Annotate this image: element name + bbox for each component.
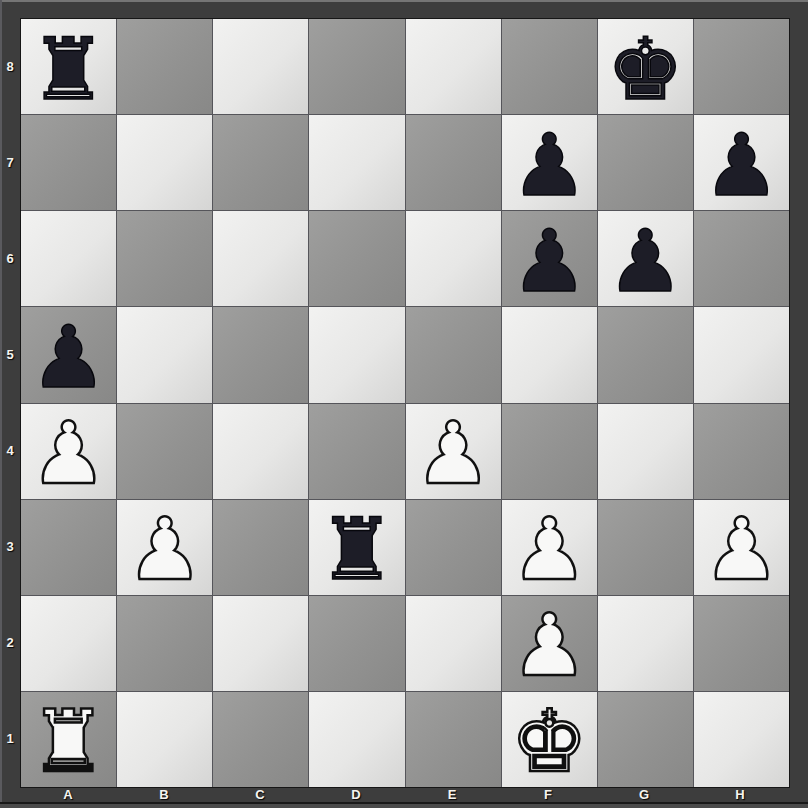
white-pawn[interactable]: ♟ (30, 405, 107, 499)
black-pawn[interactable]: ♟ (703, 117, 780, 211)
square-f6[interactable]: ♟ (502, 211, 597, 306)
square-f1[interactable]: ♚ (502, 692, 597, 787)
square-h5[interactable] (694, 307, 789, 402)
square-g2[interactable] (598, 596, 693, 691)
square-e2[interactable] (406, 596, 501, 691)
square-b3[interactable]: ♟ (117, 500, 212, 595)
square-g1[interactable] (598, 692, 693, 787)
square-h4[interactable] (694, 404, 789, 499)
square-e7[interactable] (406, 115, 501, 210)
chess-board[interactable]: ♜♚♟♟♟♟♟♟♟♟♜♟♟♟♜♚ (20, 18, 790, 788)
square-b8[interactable] (117, 19, 212, 114)
rank-label-1: 1 (0, 690, 20, 786)
file-label-g: G (596, 786, 692, 803)
square-a2[interactable] (21, 596, 116, 691)
square-h2[interactable] (694, 596, 789, 691)
white-pawn[interactable]: ♟ (126, 501, 203, 595)
rank-labels: 87654321 (0, 18, 20, 786)
black-pawn[interactable]: ♟ (511, 213, 588, 307)
square-e3[interactable] (406, 500, 501, 595)
square-c2[interactable] (213, 596, 308, 691)
square-f5[interactable] (502, 307, 597, 402)
rank-label-4: 4 (0, 402, 20, 498)
square-g4[interactable] (598, 404, 693, 499)
square-a3[interactable] (21, 500, 116, 595)
square-g8[interactable]: ♚ (598, 19, 693, 114)
square-a5[interactable]: ♟ (21, 307, 116, 402)
square-h7[interactable]: ♟ (694, 115, 789, 210)
square-g7[interactable] (598, 115, 693, 210)
square-c8[interactable] (213, 19, 308, 114)
rank-label-2: 2 (0, 594, 20, 690)
square-f8[interactable] (502, 19, 597, 114)
square-e1[interactable] (406, 692, 501, 787)
square-e8[interactable] (406, 19, 501, 114)
square-g6[interactable]: ♟ (598, 211, 693, 306)
square-f7[interactable]: ♟ (502, 115, 597, 210)
square-c3[interactable] (213, 500, 308, 595)
square-a7[interactable] (21, 115, 116, 210)
square-d1[interactable] (309, 692, 404, 787)
square-d8[interactable] (309, 19, 404, 114)
square-a4[interactable]: ♟ (21, 404, 116, 499)
square-f3[interactable]: ♟ (502, 500, 597, 595)
file-label-h: H (692, 786, 788, 803)
square-h8[interactable] (694, 19, 789, 114)
rank-label-3: 3 (0, 498, 20, 594)
square-d2[interactable] (309, 596, 404, 691)
file-label-c: C (212, 786, 308, 803)
file-label-b: B (116, 786, 212, 803)
black-rook[interactable]: ♜ (318, 501, 395, 595)
square-h1[interactable] (694, 692, 789, 787)
square-f4[interactable] (502, 404, 597, 499)
square-c7[interactable] (213, 115, 308, 210)
black-pawn[interactable]: ♟ (607, 213, 684, 307)
square-b7[interactable] (117, 115, 212, 210)
square-c1[interactable] (213, 692, 308, 787)
square-d4[interactable] (309, 404, 404, 499)
black-king[interactable]: ♚ (607, 21, 684, 115)
white-pawn[interactable]: ♟ (511, 501, 588, 595)
file-labels: ABCDEFGH (20, 786, 788, 803)
white-pawn[interactable]: ♟ (703, 501, 780, 595)
square-d7[interactable] (309, 115, 404, 210)
rank-label-7: 7 (0, 114, 20, 210)
square-b1[interactable] (117, 692, 212, 787)
rank-label-6: 6 (0, 210, 20, 306)
frame-bottom-fill (0, 804, 808, 808)
file-label-a: A (20, 786, 116, 803)
square-g3[interactable] (598, 500, 693, 595)
rank-label-8: 8 (0, 18, 20, 114)
square-h3[interactable]: ♟ (694, 500, 789, 595)
square-e6[interactable] (406, 211, 501, 306)
square-b6[interactable] (117, 211, 212, 306)
square-a6[interactable] (21, 211, 116, 306)
white-pawn[interactable]: ♟ (511, 597, 588, 691)
black-pawn[interactable]: ♟ (30, 309, 107, 403)
black-pawn[interactable]: ♟ (511, 117, 588, 211)
black-rook[interactable]: ♜ (30, 21, 107, 115)
white-rook[interactable]: ♜ (30, 693, 107, 787)
file-label-e: E (404, 786, 500, 803)
square-a1[interactable]: ♜ (21, 692, 116, 787)
square-a8[interactable]: ♜ (21, 19, 116, 114)
square-f2[interactable]: ♟ (502, 596, 597, 691)
file-label-d: D (308, 786, 404, 803)
square-b4[interactable] (117, 404, 212, 499)
square-h6[interactable] (694, 211, 789, 306)
square-g5[interactable] (598, 307, 693, 402)
square-c4[interactable] (213, 404, 308, 499)
white-king[interactable]: ♚ (511, 693, 588, 787)
square-d3[interactable]: ♜ (309, 500, 404, 595)
rank-label-5: 5 (0, 306, 20, 402)
frame-top-highlight (0, 0, 808, 2)
square-c5[interactable] (213, 307, 308, 402)
square-d5[interactable] (309, 307, 404, 402)
square-e4[interactable]: ♟ (406, 404, 501, 499)
square-b5[interactable] (117, 307, 212, 402)
square-c6[interactable] (213, 211, 308, 306)
square-b2[interactable] (117, 596, 212, 691)
square-d6[interactable] (309, 211, 404, 306)
white-pawn[interactable]: ♟ (415, 405, 492, 499)
file-label-f: F (500, 786, 596, 803)
square-e5[interactable] (406, 307, 501, 402)
